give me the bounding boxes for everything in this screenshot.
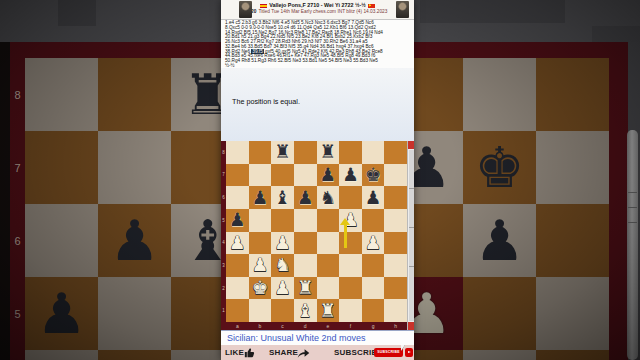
event-text: Titled Tue 14th Mar Early chess.com INT … xyxy=(258,9,387,14)
square-f1 xyxy=(339,299,362,322)
square-a1 xyxy=(226,299,249,322)
square-h6 xyxy=(384,186,407,209)
black-pawn: ♟ xyxy=(297,187,314,209)
game-header: Vallejo Pons,F 2710 - Wei Yi 2722 ½-½ B2… xyxy=(221,0,414,20)
black-pawn: ♟ xyxy=(229,209,246,231)
bg-square-h7 xyxy=(536,131,609,204)
bg-square-g5 xyxy=(463,277,536,350)
diagram-chessboard: ♜♜♟♟♚♟♝♟♞♟♟♟♟♟♟♟♞♚♟♜♝♜ xyxy=(226,141,407,322)
scrollbar-thumb[interactable] xyxy=(409,150,414,321)
square-g2 xyxy=(362,277,385,300)
black-pawn: ♟ xyxy=(320,164,337,186)
china-flag-icon xyxy=(368,4,375,8)
white-pawn: ♟ xyxy=(274,277,291,299)
bg-square-b7 xyxy=(98,131,171,204)
square-d8 xyxy=(294,141,317,164)
white-pawn: ♟ xyxy=(365,232,382,254)
square-e8: ♜ xyxy=(317,141,340,164)
background-window-patch xyxy=(58,0,96,26)
square-a4: ♟ xyxy=(226,232,249,255)
bg-square-a7 xyxy=(25,131,98,204)
share-arrow-icon[interactable] xyxy=(297,348,310,358)
bg-square-h8 xyxy=(536,58,609,131)
spain-flag-icon xyxy=(260,4,267,8)
white-rook: ♜ xyxy=(320,300,337,322)
bg-white-pawn: ♟ xyxy=(25,350,98,360)
square-b7 xyxy=(249,164,272,187)
square-e2 xyxy=(317,277,340,300)
black-rook: ♜ xyxy=(320,141,337,163)
bg-square-b6: ♟ xyxy=(98,204,171,277)
square-h7 xyxy=(384,164,407,187)
evaluation-text: The position is equal. xyxy=(232,97,300,106)
square-g5 xyxy=(362,209,385,232)
bg-square-a5: ♟ xyxy=(25,277,98,350)
square-c4: ♟ xyxy=(271,232,294,255)
white-pawn: ♟ xyxy=(252,254,269,276)
square-f6 xyxy=(339,186,362,209)
bg-black-pawn: ♟ xyxy=(25,277,98,350)
square-g7: ♚ xyxy=(362,164,385,187)
square-g4: ♟ xyxy=(362,232,385,255)
square-a8 xyxy=(226,141,249,164)
bg-white-pawn: ♟ xyxy=(463,350,536,360)
board-file-labels: abcdefgh xyxy=(221,322,414,330)
bg-black-king: ♚ xyxy=(463,131,536,204)
black-pawn: ♟ xyxy=(252,187,269,209)
square-e7: ♟ xyxy=(317,164,340,187)
share-button[interactable]: SHARE xyxy=(269,345,298,360)
square-a5: ♟ xyxy=(226,209,249,232)
square-g8 xyxy=(362,141,385,164)
square-b8 xyxy=(249,141,272,164)
social-banner: LIKE SHARE SUBSCRIBE SUBSCRIBE xyxy=(221,345,414,360)
square-d1: ♝ xyxy=(294,299,317,322)
square-d3 xyxy=(294,254,317,277)
square-e6: ♞ xyxy=(317,186,340,209)
square-b1 xyxy=(249,299,272,322)
square-a3 xyxy=(226,254,249,277)
players-text: Vallejo Pons,F 2710 - Wei Yi 2722 ½-½ xyxy=(269,2,365,8)
square-d2: ♜ xyxy=(294,277,317,300)
white-player-photo xyxy=(239,1,252,18)
square-g6: ♟ xyxy=(362,186,385,209)
white-pawn: ♟ xyxy=(229,232,246,254)
square-d5 xyxy=(294,209,317,232)
like-button[interactable]: LIKE xyxy=(225,345,244,360)
move-arrow-line xyxy=(344,224,347,248)
white-king: ♚ xyxy=(252,277,269,299)
bg-square-b5 xyxy=(98,277,171,350)
white-pawn: ♟ xyxy=(274,232,291,254)
square-h5 xyxy=(384,209,407,232)
square-e5 xyxy=(317,209,340,232)
white-rook: ♜ xyxy=(297,277,314,299)
square-e4 xyxy=(317,232,340,255)
square-c3: ♞ xyxy=(271,254,294,277)
bg-black-pawn: ♟ xyxy=(463,204,536,277)
black-player-photo xyxy=(396,1,409,18)
square-e1: ♜ xyxy=(317,299,340,322)
subscribe-button[interactable]: SUBSCRIBE xyxy=(374,348,403,357)
video-frame: 8765 ♜♜♟♟♚♟♝♟♞♟♟♟♟♟♟ Vallejo Pons,F 2710… xyxy=(0,0,640,360)
bg-square-h4 xyxy=(536,350,609,360)
bg-square-h6 xyxy=(536,204,609,277)
bg-square-a4: ♟ xyxy=(25,350,98,360)
square-c7 xyxy=(271,164,294,187)
scrollbar-down-arrow[interactable] xyxy=(408,322,414,330)
move-list[interactable]: 1.e4 c5 2.b3 g6 3.Bb2 Nf6 4.e5 Nd5 5.Nc3… xyxy=(221,20,414,68)
square-h4 xyxy=(384,232,407,255)
square-d7 xyxy=(294,164,317,187)
square-a7 xyxy=(226,164,249,187)
scrollbar-up-arrow[interactable] xyxy=(408,141,414,149)
black-king: ♚ xyxy=(365,164,382,186)
bg-square-b4 xyxy=(98,350,171,360)
chessbase-panel: Vallejo Pons,F 2710 - Wei Yi 2722 ½-½ B2… xyxy=(221,0,414,360)
thumbs-up-icon[interactable] xyxy=(244,348,255,358)
bg-square-a6 xyxy=(25,204,98,277)
square-d4 xyxy=(294,232,317,255)
bg-square-h5 xyxy=(536,277,609,350)
annotation-area: The position is equal. xyxy=(221,68,414,141)
square-c8: ♜ xyxy=(271,141,294,164)
square-h8 xyxy=(384,141,407,164)
square-b3: ♟ xyxy=(249,254,272,277)
youtube-icon[interactable] xyxy=(405,348,413,357)
square-h3 xyxy=(384,254,407,277)
square-h1 xyxy=(384,299,407,322)
square-h2 xyxy=(384,277,407,300)
background-window-patch xyxy=(592,26,640,42)
square-g3 xyxy=(362,254,385,277)
black-pawn: ♟ xyxy=(365,187,382,209)
white-knight: ♞ xyxy=(274,254,291,276)
background-window-patch xyxy=(420,0,565,23)
square-c6: ♝ xyxy=(271,186,294,209)
square-b5 xyxy=(249,209,272,232)
bg-square-g6: ♟ xyxy=(463,204,536,277)
white-bishop: ♝ xyxy=(297,300,314,322)
black-pawn: ♟ xyxy=(342,164,359,186)
panel-scrollbar[interactable] xyxy=(407,141,414,330)
bg-square-g7: ♚ xyxy=(463,131,536,204)
bg-square-g4: ♟ xyxy=(463,350,536,360)
cursor-icon xyxy=(401,345,405,351)
square-c1 xyxy=(271,299,294,322)
black-bishop: ♝ xyxy=(274,187,291,209)
square-a2 xyxy=(226,277,249,300)
black-rook: ♜ xyxy=(274,141,291,163)
background-rank-labels: 8765 xyxy=(10,58,25,360)
square-f2 xyxy=(339,277,362,300)
square-b2: ♚ xyxy=(249,277,272,300)
bg-square-a8 xyxy=(25,58,98,131)
background-scrollbar-thumb xyxy=(627,130,638,360)
opening-caption: Sicilian: Unusual White 2nd moves xyxy=(221,330,414,345)
square-f7: ♟ xyxy=(339,164,362,187)
square-c2: ♟ xyxy=(271,277,294,300)
square-d6: ♟ xyxy=(294,186,317,209)
bg-square-b8 xyxy=(98,58,171,131)
black-knight: ♞ xyxy=(320,187,337,209)
square-f8 xyxy=(339,141,362,164)
bg-square-g8 xyxy=(463,58,536,131)
square-g1 xyxy=(362,299,385,322)
square-b6: ♟ xyxy=(249,186,272,209)
bg-black-pawn: ♟ xyxy=(98,204,171,277)
square-c5 xyxy=(271,209,294,232)
square-e3 xyxy=(317,254,340,277)
square-f3 xyxy=(339,254,362,277)
square-b4 xyxy=(249,232,272,255)
square-a6 xyxy=(226,186,249,209)
